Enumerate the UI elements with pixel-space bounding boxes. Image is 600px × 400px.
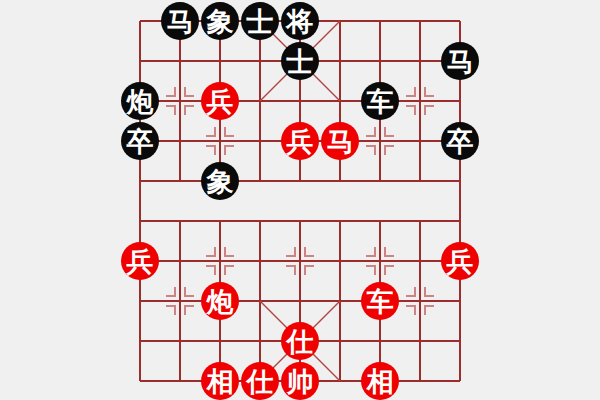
piece-red-soldier[interactable]: 兵: [281, 122, 319, 160]
board-intersection: 马: [320, 121, 360, 161]
piece-red-advisor[interactable]: 仕: [241, 362, 279, 400]
piece-black-elephant[interactable]: 象: [201, 2, 239, 40]
board-intersection: 士: [240, 1, 280, 41]
piece-black-soldier[interactable]: 卒: [441, 122, 479, 160]
board-intersection: 将: [280, 1, 320, 41]
piece-black-elephant[interactable]: 象: [201, 162, 239, 200]
piece-red-soldier[interactable]: 兵: [441, 242, 479, 280]
piece-red-soldier[interactable]: 兵: [121, 242, 159, 280]
piece-red-elephant[interactable]: 相: [361, 362, 399, 400]
piece-red-general[interactable]: 帅: [281, 362, 319, 400]
board-intersection: 车: [360, 81, 400, 121]
piece-black-chariot[interactable]: 车: [361, 82, 399, 120]
board-intersection: 仕: [240, 361, 280, 400]
board-intersection: 卒: [440, 121, 480, 161]
piece-black-advisor[interactable]: 士: [281, 42, 319, 80]
piece-black-cannon[interactable]: 炮: [121, 82, 159, 120]
piece-red-horse[interactable]: 马: [321, 122, 359, 160]
board-intersection: 卒: [120, 121, 160, 161]
piece-red-elephant[interactable]: 相: [201, 362, 239, 400]
board-intersection: 车: [360, 281, 400, 321]
board-intersection: 相: [360, 361, 400, 400]
piece-black-soldier[interactable]: 卒: [121, 122, 159, 160]
board-intersection: 马: [440, 41, 480, 81]
xiangqi-board: 马象士将士马炮兵车卒兵马卒象兵兵炮车仕相仕帅相: [120, 1, 480, 400]
piece-black-advisor[interactable]: 士: [241, 2, 279, 40]
board-intersection: 炮: [120, 81, 160, 121]
board-intersection: 象: [200, 1, 240, 41]
board-intersection: 兵: [280, 121, 320, 161]
board-intersection: 象: [200, 161, 240, 201]
piece-black-general[interactable]: 将: [281, 2, 319, 40]
page-background: { "game": "xiangqi", "position": { "fen"…: [0, 0, 600, 400]
board-intersection: 炮: [200, 281, 240, 321]
board-intersection: 士: [280, 41, 320, 81]
piece-black-horse[interactable]: 马: [161, 2, 199, 40]
board-intersection: 帅: [280, 361, 320, 400]
board-intersection: 兵: [200, 81, 240, 121]
piece-red-soldier[interactable]: 兵: [201, 82, 239, 120]
board-intersection: 马: [160, 1, 200, 41]
board-intersection: 兵: [120, 241, 160, 281]
board-grid: 马象士将士马炮兵车卒兵马卒象兵兵炮车仕相仕帅相: [120, 1, 480, 400]
piece-red-advisor[interactable]: 仕: [281, 322, 319, 360]
piece-black-horse[interactable]: 马: [441, 42, 479, 80]
board-intersection: 相: [200, 361, 240, 400]
piece-red-cannon[interactable]: 炮: [201, 282, 239, 320]
piece-red-chariot[interactable]: 车: [361, 282, 399, 320]
board-intersection: 仕: [280, 321, 320, 361]
board-intersection: 兵: [440, 241, 480, 281]
